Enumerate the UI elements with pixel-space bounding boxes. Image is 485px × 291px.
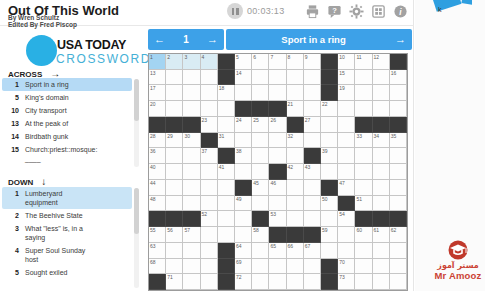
grid-cell-r15c15[interactable]: [390, 274, 407, 290]
grid-cell-r15c11: [321, 274, 338, 290]
grid-cell-r13c12[interactable]: [338, 243, 355, 259]
grid-cell-r2c8[interactable]: [269, 70, 286, 86]
grid-cell-r1c10[interactable]: 9: [304, 54, 321, 70]
grid-cell-r4c14[interactable]: [373, 101, 390, 117]
grid-cell-r11c1: [149, 211, 166, 227]
clue-number: 10: [2, 106, 19, 115]
grid-cell-r5c15: [390, 117, 407, 133]
grid-cell-r8c3[interactable]: [183, 164, 200, 180]
grid-cell-r12c1[interactable]: 55: [149, 227, 166, 243]
grid-cell-r8c7[interactable]: [252, 164, 269, 180]
active-clue-text: Sport in a ring: [232, 34, 395, 45]
cell-number: 45: [253, 180, 259, 186]
grid-cell-r7c8[interactable]: [269, 148, 286, 164]
grid-cell-r1c2[interactable]: 2: [166, 54, 183, 70]
grid-cell-r5c11[interactable]: [321, 117, 338, 133]
grid-cell-r2c10[interactable]: [304, 70, 321, 86]
cell-number: 9: [305, 54, 308, 60]
grid-cell-r8c6[interactable]: [235, 164, 252, 180]
across-scrollbar-thumb[interactable]: [134, 79, 139, 121]
grid-cell-r1c9[interactable]: 8: [287, 54, 304, 70]
cell-number: 48: [150, 196, 156, 202]
grid-cell-r11c5[interactable]: [218, 211, 235, 227]
grid-cell-r2c3[interactable]: [183, 70, 200, 86]
watermark: مستر آموز Mr Amooz: [432, 240, 484, 281]
grid-cell-r6c7[interactable]: [252, 133, 269, 149]
grid-cell-r5c7[interactable]: 25: [252, 117, 269, 133]
cell-number: 42: [288, 164, 294, 170]
grid-cell-r13c1[interactable]: 63: [149, 243, 166, 259]
cell-number: 63: [150, 243, 156, 249]
grid-cell-r4c8: [269, 101, 286, 117]
grid-cell-r1c12[interactable]: 10: [338, 54, 355, 70]
grid-cell-r13c4[interactable]: [201, 243, 218, 259]
grid-cell-r3c14[interactable]: [373, 85, 390, 101]
grid-cell-r14c1[interactable]: 68: [149, 259, 166, 275]
down-clue-list: 1Lumberyard equipment2The Beehive State3…: [2, 187, 132, 279]
grid-cell-r1c1[interactable]: 1: [149, 54, 166, 70]
grid-cell-r6c15[interactable]: 35: [390, 133, 407, 149]
clue-text: Church:priest::mosque: ____: [25, 145, 97, 163]
grid-cell-r15c8[interactable]: [269, 274, 286, 290]
cell-number: 2: [167, 54, 170, 60]
grid-cell-r9c10[interactable]: [304, 180, 321, 196]
grid-cell-r11c12[interactable]: 54: [338, 211, 355, 227]
grid-cell-r7c1[interactable]: 36: [149, 148, 166, 164]
grid-cell-r10c1[interactable]: 48: [149, 196, 166, 212]
usatoday-logo-text: USA TODAY: [57, 38, 126, 52]
grid-cell-r15c4[interactable]: [201, 274, 218, 290]
cell-number: 19: [339, 85, 345, 91]
grid-cell-r14c12[interactable]: 70: [338, 259, 355, 275]
active-clue-bar: ← 1 → Sport in a ring →: [148, 29, 412, 50]
grid-cell-r4c7: [252, 101, 269, 117]
grid-cell-r8c1[interactable]: 40: [149, 164, 166, 180]
grid-cell-r2c14[interactable]: [373, 70, 390, 86]
grid-cell-r9c15[interactable]: [390, 180, 407, 196]
grid-cell-r4c1[interactable]: 20: [149, 101, 166, 117]
grid-cell-r5c8[interactable]: 26: [269, 117, 286, 133]
cell-number: 41: [219, 164, 225, 170]
grid-cell-r7c6[interactable]: 38: [235, 148, 252, 164]
cell-number: 15: [339, 70, 345, 76]
cell-number: 23: [202, 117, 208, 123]
cell-number: 21: [288, 101, 294, 107]
grid-cell-r15c13[interactable]: [355, 274, 372, 290]
grid-cell-r6c11[interactable]: [321, 133, 338, 149]
grid-cell-r15c12[interactable]: 73: [338, 274, 355, 290]
grid-cell-r14c3[interactable]: [183, 259, 200, 275]
grid-cell-r7c15[interactable]: [390, 148, 407, 164]
grid-cell-r14c5: [218, 259, 235, 275]
clue-number: 13: [2, 119, 19, 128]
cell-number: 43: [305, 164, 311, 170]
grid-cell-r12c6[interactable]: [235, 227, 252, 243]
grid-cell-r12c3[interactable]: 57: [183, 227, 200, 243]
grid-cell-r10c10[interactable]: [304, 196, 321, 212]
grid-cell-r1c11: [321, 54, 338, 70]
byline: By Wren Schultz Edited By Fred Piscop: [8, 14, 77, 28]
grid-cell-r13c10[interactable]: 67: [304, 243, 321, 259]
cell-number: 49: [236, 196, 242, 202]
grid-cell-r5c12[interactable]: [338, 117, 355, 133]
grid-cell-r8c14[interactable]: [373, 164, 390, 180]
grid-cell-r11c2: [166, 211, 183, 227]
grid-cell-r12c5[interactable]: [218, 227, 235, 243]
grid-cell-r13c13[interactable]: [355, 243, 372, 259]
cell-number: 24: [236, 117, 242, 123]
grid-cell-r14c9[interactable]: [287, 259, 304, 275]
grid-cell-r3c2[interactable]: [166, 85, 183, 101]
grid-cell-r11c10[interactable]: [304, 211, 321, 227]
grid-cell-r14c2[interactable]: [166, 259, 183, 275]
grid-cell-r7c11[interactable]: 39: [321, 148, 338, 164]
grid-cell-r15c6[interactable]: 72: [235, 274, 252, 290]
grid-cell-r2c13[interactable]: [355, 70, 372, 86]
grid-cell-r12c2[interactable]: 56: [166, 227, 183, 243]
cell-number: 25: [253, 117, 259, 123]
cell-number: 64: [236, 243, 242, 249]
grid-cell-r13c15[interactable]: [390, 243, 407, 259]
cell-number: 61: [374, 227, 380, 233]
grid-cell-r9c4[interactable]: [201, 180, 218, 196]
grid-cell-r8c9[interactable]: 42: [287, 164, 304, 180]
grid-cell-r12c7[interactable]: 58: [252, 227, 269, 243]
down-clue-5[interactable]: 5Sought exiled: [2, 266, 132, 279]
grid-cell-r12c12[interactable]: [338, 227, 355, 243]
grid-cell-r13c11[interactable]: [321, 243, 338, 259]
across-clue-13[interactable]: 13At the peak of: [2, 117, 132, 130]
grid-cell-r9c2[interactable]: [166, 180, 183, 196]
grid-cell-r13c3[interactable]: [183, 243, 200, 259]
grid-cell-r3c7[interactable]: [252, 85, 269, 101]
cell-number: 30: [184, 133, 190, 139]
grid-cell-r4c2[interactable]: [166, 101, 183, 117]
cell-number: 53: [270, 211, 276, 217]
grid-cell-r10c3[interactable]: [183, 196, 200, 212]
grid-cell-r8c15[interactable]: [390, 164, 407, 180]
editor: Edited By Fred Piscop: [8, 21, 77, 28]
help-button[interactable]: ?: [327, 4, 342, 19]
grid-cell-r15c10[interactable]: [304, 274, 321, 290]
grid-cell-r11c15: [390, 211, 407, 227]
grid-cell-r11c8[interactable]: 53: [269, 211, 286, 227]
grid-cell-r4c13[interactable]: [355, 101, 372, 117]
grid-cell-r9c7[interactable]: 45: [252, 180, 269, 196]
grid-cell-r9c14[interactable]: [373, 180, 390, 196]
grid-cell-r6c3[interactable]: 30: [183, 133, 200, 149]
clue-text: Sought exiled: [25, 268, 67, 277]
grid-cell-r2c7[interactable]: [252, 70, 269, 86]
cell-number: 6: [253, 54, 256, 60]
grid-cell-r1c3[interactable]: 3: [183, 54, 200, 70]
grid-cell-r10c13[interactable]: 51: [355, 196, 372, 212]
grid-cell-r6c10[interactable]: [304, 133, 321, 149]
cell-number: 47: [339, 180, 345, 186]
clue-number: 1: [2, 80, 19, 89]
across-clue-list: 1Sport in a ring5King's domain10City tra…: [2, 78, 132, 165]
grid-cell-r11c14: [373, 211, 390, 227]
grid-cell-r15c14[interactable]: [373, 274, 390, 290]
grid-cell-r15c9[interactable]: [287, 274, 304, 290]
grid-cell-r2c15[interactable]: 16: [390, 70, 407, 86]
grid-cell-r14c15[interactable]: [390, 259, 407, 275]
grid-cell-r4c10[interactable]: [304, 101, 321, 117]
grid-cell-r12c13[interactable]: 60: [355, 227, 372, 243]
across-clue-5[interactable]: 5King's domain: [2, 91, 132, 104]
grid-cell-r3c8[interactable]: [269, 85, 286, 101]
usatoday-logo-circle: [26, 35, 57, 66]
grid-cell-r3c13[interactable]: [355, 85, 372, 101]
grid-cell-r10c8[interactable]: [269, 196, 286, 212]
grid-cell-r3c12[interactable]: 19: [338, 85, 355, 101]
grid-cell-r4c15[interactable]: [390, 101, 407, 117]
grid-cell-r14c10[interactable]: [304, 259, 321, 275]
grid-cell-r9c1[interactable]: 44: [149, 180, 166, 196]
grid-cell-r5c14: [373, 117, 390, 133]
grid-cell-r11c9[interactable]: [287, 211, 304, 227]
grid-cell-r3c9[interactable]: [287, 85, 304, 101]
grid-cell-r4c4[interactable]: [201, 101, 218, 117]
cell-number: 70: [339, 259, 345, 265]
author: By Wren Schultz: [8, 14, 77, 21]
grid-cell-r2c9[interactable]: [287, 70, 304, 86]
grid-cell-r14c6[interactable]: 69: [235, 259, 252, 275]
down-clue-3[interactable]: 3What "less" is, in a saying: [2, 222, 132, 244]
grid-cell-r10c14[interactable]: [373, 196, 390, 212]
cell-number: 55: [150, 227, 156, 233]
prev-clue-button[interactable]: ←: [154, 34, 165, 45]
grid-cell-r8c5[interactable]: 41: [218, 164, 235, 180]
grid-cell-r10c2[interactable]: [166, 196, 183, 212]
grid-cell-r5c6[interactable]: 24: [235, 117, 252, 133]
grid-cell-r10c5[interactable]: [218, 196, 235, 212]
cell-number: 33: [356, 133, 362, 139]
next-clue-button[interactable]: →: [207, 34, 218, 45]
cell-number: 11: [356, 54, 361, 60]
grid-cell-r6c13[interactable]: 33: [355, 133, 372, 149]
clue-text: Birdbath gunk: [25, 132, 68, 141]
crossword-app: Out Of This World 00:03:13 ? i By Wren S…: [0, 0, 414, 291]
info-button[interactable]: i: [393, 4, 408, 19]
grid-cell-r2c6[interactable]: 14: [235, 70, 252, 86]
grid-cell-r1c14[interactable]: 12: [373, 54, 390, 70]
cell-number: 31: [219, 133, 225, 139]
grid-cell-r9c8[interactable]: 46: [269, 180, 286, 196]
grid-cell-r11c6[interactable]: [235, 211, 252, 227]
grid-cell-r10c11[interactable]: 50: [321, 196, 338, 212]
grid-cell-r3c4[interactable]: [201, 85, 218, 101]
grid-cell-r4c9[interactable]: 21: [287, 101, 304, 117]
grid-cell-r10c15[interactable]: [390, 196, 407, 212]
grid-cell-r4c11[interactable]: 22: [321, 101, 338, 117]
grid-cell-r9c3[interactable]: [183, 180, 200, 196]
grid-cell-r7c3[interactable]: [183, 148, 200, 164]
grid-cell-r7c7[interactable]: [252, 148, 269, 164]
down-clue-4[interactable]: 4Super Soul Sunday host: [2, 244, 132, 266]
grid-cell-r12c4[interactable]: [201, 227, 218, 243]
grid-cell-r7c12[interactable]: [338, 148, 355, 164]
grid-cell-r2c12[interactable]: 15: [338, 70, 355, 86]
pause-button[interactable]: [227, 3, 243, 19]
grid-cell-r15c5: [218, 274, 235, 290]
grid-cell-r10c7[interactable]: [252, 196, 269, 212]
clue-text: Sport in a ring: [25, 80, 69, 89]
grid-cell-r15c1: [149, 274, 166, 290]
grid-cell-r11c11[interactable]: [321, 211, 338, 227]
cell-number: 58: [253, 227, 259, 233]
clue-text: At the peak of: [25, 119, 68, 128]
grid-cell-r6c12[interactable]: [338, 133, 355, 149]
down-clue-2[interactable]: 2The Beehive State: [2, 209, 132, 222]
grid-cell-r5c10[interactable]: 27: [304, 117, 321, 133]
grid-cell-r14c8[interactable]: [269, 259, 286, 275]
grid-cell-r7c10: [304, 148, 321, 164]
grid-cell-r8c8: [269, 164, 286, 180]
grid-cell-r8c4[interactable]: [201, 164, 218, 180]
down-header: DOWN↓: [8, 176, 46, 187]
down-clue-1[interactable]: 1Lumberyard equipment: [2, 187, 132, 209]
cell-number: 62: [391, 227, 397, 233]
down-scrollbar[interactable]: [134, 188, 139, 288]
grid-cell-r4c6: [235, 101, 252, 117]
clue-number: 2: [2, 211, 19, 220]
watermark-line1: مستر آموز: [432, 261, 484, 270]
grid-cell-r5c9: [287, 117, 304, 133]
grid-cell-r6c1[interactable]: 28: [149, 133, 166, 149]
grid-cell-r9c6: [235, 180, 252, 196]
cell-number: 52: [202, 211, 208, 217]
grid-cell-r10c9[interactable]: [287, 196, 304, 212]
grid-cell-r6c5[interactable]: 31: [218, 133, 235, 149]
grid-cell-r13c2[interactable]: [166, 243, 183, 259]
grid-cell-r15c7[interactable]: [252, 274, 269, 290]
grid-cell-r7c13[interactable]: [355, 148, 372, 164]
grid-cell-r1c13[interactable]: 11: [355, 54, 372, 70]
grid-cell-r15c2[interactable]: 71: [166, 274, 183, 290]
mini-grid-button[interactable]: [371, 4, 386, 19]
grid-cell-r4c3[interactable]: [183, 101, 200, 117]
grid-cell-r13c8[interactable]: 65: [269, 243, 286, 259]
grid-cell-r13c9[interactable]: 66: [287, 243, 304, 259]
grid-cell-r1c4[interactable]: 4: [201, 54, 218, 70]
grid-cell-r7c14[interactable]: [373, 148, 390, 164]
grid-cell-r3c3[interactable]: [183, 85, 200, 101]
grid-cell-r6c2[interactable]: 29: [166, 133, 183, 149]
grid-cell-r14c14[interactable]: [373, 259, 390, 275]
grid-cell-r4c5[interactable]: [218, 101, 235, 117]
cell-number: 27: [305, 117, 311, 123]
across-clue-10[interactable]: 10City transport: [2, 104, 132, 117]
down-scrollbar-thumb[interactable]: [134, 188, 139, 234]
grid-cell-r11c3: [183, 211, 200, 227]
grid-cell-r14c13[interactable]: [355, 259, 372, 275]
graduation-cap-icon: [445, 240, 471, 260]
grid-cell-r13c14[interactable]: [373, 243, 390, 259]
grid-cell-r1c7[interactable]: 6: [252, 54, 269, 70]
cell-number: 18: [219, 85, 225, 91]
grid-cell-r15c3[interactable]: [183, 274, 200, 290]
grid-cell-r9c9[interactable]: [287, 180, 304, 196]
grid-cell-r13c7[interactable]: [252, 243, 269, 259]
grid-cell-r6c9[interactable]: 32: [287, 133, 304, 149]
across-scrollbar[interactable]: [134, 79, 139, 167]
grid-cell-r2c2[interactable]: [166, 70, 183, 86]
grid-cell-r1c6[interactable]: 5: [235, 54, 252, 70]
grid-cell-r14c7[interactable]: [252, 259, 269, 275]
grid-cell-r3c5[interactable]: 18: [218, 85, 235, 101]
grid-cell-r6c8[interactable]: [269, 133, 286, 149]
grid-cell-r3c6[interactable]: [235, 85, 252, 101]
clue-text: Lumberyard equipment: [25, 189, 62, 207]
grid-cell-r6c6[interactable]: [235, 133, 252, 149]
grid-cell-r9c13[interactable]: [355, 180, 372, 196]
print-button[interactable]: [305, 4, 320, 19]
grid-cell-r9c12[interactable]: 47: [338, 180, 355, 196]
clue-number: 4: [2, 246, 19, 264]
cell-number: 5: [236, 54, 239, 60]
grid-cell-r7c2[interactable]: [166, 148, 183, 164]
grid-cell-r14c4[interactable]: [201, 259, 218, 275]
grid-cell-r12c11[interactable]: 59: [321, 227, 338, 243]
grid-cell-r8c10[interactable]: 43: [304, 164, 321, 180]
grid-cell-r1c8[interactable]: 7: [269, 54, 286, 70]
grid-cell-r4c12[interactable]: [338, 101, 355, 117]
grid-cell-r8c12[interactable]: [338, 164, 355, 180]
grid-cell-r5c4[interactable]: 23: [201, 117, 218, 133]
grid-cell-r11c13: [355, 211, 372, 227]
grid-cell-r12c14[interactable]: 61: [373, 227, 390, 243]
grid-cell-r2c4[interactable]: [201, 70, 218, 86]
grid-cell-r12c15[interactable]: 62: [390, 227, 407, 243]
grid-cell-r9c5[interactable]: [218, 180, 235, 196]
cell-number: 39: [322, 148, 328, 154]
grid-cell-r5c5[interactable]: [218, 117, 235, 133]
grid-cell-r6c14[interactable]: 34: [373, 133, 390, 149]
cutoff-overlay-fragment: k: [428, 0, 472, 13]
clue-text: Super Soul Sunday host: [25, 246, 85, 264]
cell-number: 32: [288, 133, 294, 139]
grid-cell-r10c4[interactable]: [201, 196, 218, 212]
active-clue-number: 1: [183, 34, 189, 45]
cell-number: 44: [150, 180, 156, 186]
grid-cell-r3c1[interactable]: 17: [149, 85, 166, 101]
cell-number: 37: [202, 148, 208, 154]
grid-cell-r8c2[interactable]: [166, 164, 183, 180]
grid-cell-r8c11[interactable]: [321, 164, 338, 180]
active-clue: Sport in a ring →: [226, 29, 412, 50]
grid-cell-r13c6[interactable]: 64: [235, 243, 252, 259]
across-clue-1[interactable]: 1Sport in a ring: [2, 78, 132, 91]
cell-number: 66: [288, 243, 294, 249]
grid-cell-r2c1[interactable]: 13: [149, 70, 166, 86]
grid-cell-r8c13[interactable]: [355, 164, 372, 180]
grid-cell-r3c15[interactable]: [390, 85, 407, 101]
cell-number: 20: [150, 101, 156, 107]
skip-clue-button[interactable]: →: [395, 34, 406, 45]
cell-number: 13: [150, 70, 156, 76]
crossword-logo-text: CROSSWORD: [56, 52, 151, 66]
grid-cell-r10c6[interactable]: 49: [235, 196, 252, 212]
grid-cell-r7c4[interactable]: 37: [201, 148, 218, 164]
grid-cell-r3c10[interactable]: [304, 85, 321, 101]
across-clue-15[interactable]: 15Church:priest::mosque: ____: [2, 143, 132, 165]
clue-text: What "less" is, in a saying: [25, 224, 83, 242]
across-clue-14[interactable]: 14Birdbath gunk: [2, 130, 132, 143]
settings-gear-button[interactable]: [349, 4, 364, 19]
grid-cell-r11c4[interactable]: 52: [201, 211, 218, 227]
grid-cell-r7c9[interactable]: [287, 148, 304, 164]
